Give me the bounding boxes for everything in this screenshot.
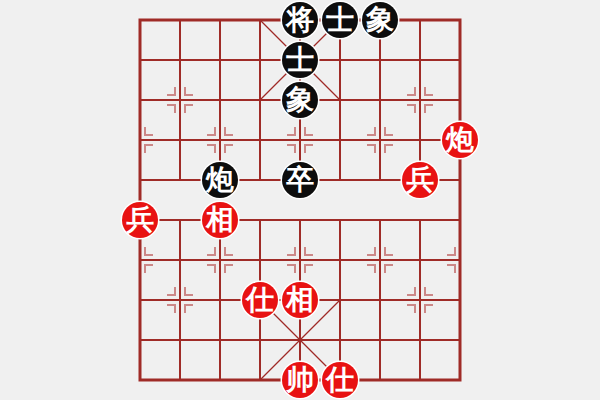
piece-layer: 将士象士象炮炮卒兵兵相仕相帅仕 xyxy=(120,0,480,400)
red-soldier-piece[interactable]: 兵 xyxy=(122,202,158,238)
red-cannon-piece[interactable]: 炮 xyxy=(442,122,478,158)
red-soldier-piece[interactable]: 兵 xyxy=(402,162,438,198)
black-general-piece[interactable]: 将 xyxy=(282,2,318,38)
red-elephant-piece[interactable]: 相 xyxy=(282,282,318,318)
red-advisor-piece[interactable]: 仕 xyxy=(242,282,278,318)
black-advisor-piece[interactable]: 士 xyxy=(322,2,358,38)
black-advisor-piece[interactable]: 士 xyxy=(282,42,318,78)
black-elephant-piece[interactable]: 象 xyxy=(362,2,398,38)
black-soldier-piece[interactable]: 卒 xyxy=(282,162,318,198)
red-elephant-piece[interactable]: 相 xyxy=(202,202,238,238)
xiangqi-diagram: 将士象士象炮炮卒兵兵相仕相帅仕 xyxy=(0,0,600,400)
xiangqi-board: 将士象士象炮炮卒兵兵相仕相帅仕 xyxy=(120,0,480,400)
red-general-piece[interactable]: 帅 xyxy=(282,362,318,398)
black-cannon-piece[interactable]: 炮 xyxy=(202,162,238,198)
black-elephant-piece[interactable]: 象 xyxy=(282,82,318,118)
red-advisor-piece[interactable]: 仕 xyxy=(322,362,358,398)
